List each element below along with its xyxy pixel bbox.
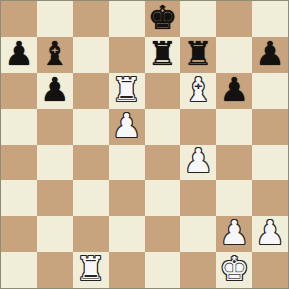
square-d8[interactable] [109,1,145,37]
square-h2[interactable]: ♟ [252,216,288,252]
square-c2[interactable] [73,216,109,252]
black-pawn[interactable]: ♟ [219,73,249,108]
black-bishop[interactable]: ♝ [40,37,70,72]
square-a6[interactable] [1,73,37,109]
square-e2[interactable] [145,216,181,252]
square-c4[interactable] [73,145,109,181]
square-b5[interactable] [37,109,73,145]
square-g3[interactable] [216,180,252,216]
square-d6[interactable]: ♜ [109,73,145,109]
white-pawn[interactable]: ♟ [184,145,214,180]
square-g6[interactable]: ♟ [216,73,252,109]
square-f5[interactable] [180,109,216,145]
square-a8[interactable] [1,1,37,37]
square-a4[interactable] [1,145,37,181]
square-f7[interactable]: ♜ [180,37,216,73]
square-e3[interactable] [145,180,181,216]
square-c3[interactable] [73,180,109,216]
square-b7[interactable]: ♝ [37,37,73,73]
white-bishop[interactable]: ♝ [184,73,214,108]
square-e7[interactable]: ♜ [145,37,181,73]
square-b1[interactable] [37,252,73,288]
square-a1[interactable] [1,252,37,288]
square-f3[interactable] [180,180,216,216]
square-h3[interactable] [252,180,288,216]
square-c1[interactable]: ♜ [73,252,109,288]
square-b4[interactable] [37,145,73,181]
square-c7[interactable] [73,37,109,73]
square-g5[interactable] [216,109,252,145]
square-e6[interactable] [145,73,181,109]
white-rook[interactable]: ♜ [112,73,142,108]
black-pawn[interactable]: ♟ [4,37,34,72]
square-h7[interactable]: ♟ [252,37,288,73]
square-c6[interactable] [73,73,109,109]
square-d4[interactable] [109,145,145,181]
square-d5[interactable]: ♟ [109,109,145,145]
square-d3[interactable] [109,180,145,216]
white-pawn[interactable]: ♟ [255,216,285,251]
square-h8[interactable] [252,1,288,37]
square-g4[interactable] [216,145,252,181]
white-rook[interactable]: ♜ [76,252,106,287]
square-h1[interactable] [252,252,288,288]
square-a7[interactable]: ♟ [1,37,37,73]
square-e8[interactable]: ♚ [145,1,181,37]
white-pawn[interactable]: ♟ [112,109,142,144]
square-a2[interactable] [1,216,37,252]
square-h6[interactable] [252,73,288,109]
square-f8[interactable] [180,1,216,37]
square-g1[interactable]: ♚ [216,252,252,288]
square-f1[interactable] [180,252,216,288]
black-king[interactable]: ♚ [148,1,178,36]
black-rook[interactable]: ♜ [184,37,214,72]
square-e4[interactable] [145,145,181,181]
square-e1[interactable] [145,252,181,288]
square-h4[interactable] [252,145,288,181]
square-e5[interactable] [145,109,181,145]
square-g2[interactable]: ♟ [216,216,252,252]
chess-board: ♚♟♝♜♜♟♟♜♝♟♟♟♟♟♜♚ [0,0,289,289]
square-a5[interactable] [1,109,37,145]
square-g7[interactable] [216,37,252,73]
square-d2[interactable] [109,216,145,252]
square-b8[interactable] [37,1,73,37]
square-a3[interactable] [1,180,37,216]
white-king[interactable]: ♚ [219,252,249,287]
white-pawn[interactable]: ♟ [219,216,249,251]
square-f4[interactable]: ♟ [180,145,216,181]
square-f2[interactable] [180,216,216,252]
square-d1[interactable] [109,252,145,288]
square-c8[interactable] [73,1,109,37]
square-b3[interactable] [37,180,73,216]
square-g8[interactable] [216,1,252,37]
black-pawn[interactable]: ♟ [255,37,285,72]
black-rook[interactable]: ♜ [148,37,178,72]
square-h5[interactable] [252,109,288,145]
square-c5[interactable] [73,109,109,145]
black-pawn[interactable]: ♟ [40,73,70,108]
square-f6[interactable]: ♝ [180,73,216,109]
square-b2[interactable] [37,216,73,252]
square-d7[interactable] [109,37,145,73]
square-b6[interactable]: ♟ [37,73,73,109]
